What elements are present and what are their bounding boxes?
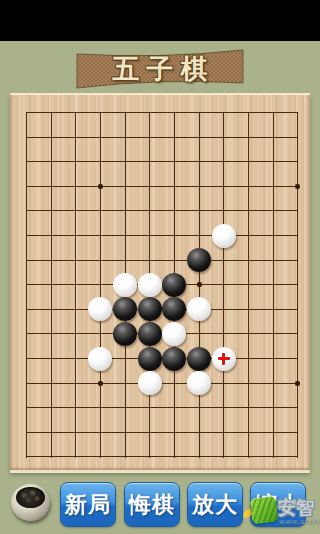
star-point bbox=[295, 184, 300, 189]
grid-line-vertical bbox=[273, 113, 274, 458]
goban-board[interactable] bbox=[10, 93, 310, 470]
app-screen: 五子棋 新局 悔棋 放大 缩小 安智 www.anzhi.com bbox=[0, 0, 320, 534]
grid-line-vertical bbox=[100, 113, 101, 458]
star-point bbox=[98, 184, 103, 189]
stone-black bbox=[162, 273, 186, 297]
grid-line-horizontal bbox=[26, 432, 298, 433]
stone-black bbox=[138, 322, 162, 346]
stone-white bbox=[113, 273, 137, 297]
grid-line-horizontal bbox=[26, 137, 298, 138]
grid-line-horizontal bbox=[26, 161, 298, 162]
stone-white bbox=[138, 371, 162, 395]
status-bar bbox=[0, 0, 320, 41]
stone-white bbox=[187, 297, 211, 321]
star-point bbox=[295, 381, 300, 386]
grid-line-horizontal bbox=[26, 186, 298, 187]
grid-line-vertical bbox=[51, 113, 52, 458]
stone-white bbox=[138, 273, 162, 297]
undo-button[interactable]: 悔棋 bbox=[124, 482, 180, 527]
stone-black bbox=[162, 347, 186, 371]
stone-black bbox=[162, 297, 186, 321]
stone-black bbox=[187, 248, 211, 272]
grid-line-horizontal bbox=[26, 210, 298, 211]
star-point bbox=[98, 381, 103, 386]
grid-line-horizontal bbox=[26, 407, 298, 408]
grid-line-horizontal bbox=[26, 456, 298, 457]
last-move-marker bbox=[217, 352, 231, 366]
stone-black bbox=[113, 322, 137, 346]
grid-line-horizontal bbox=[26, 112, 298, 113]
stone-black bbox=[138, 297, 162, 321]
grid-line-vertical bbox=[26, 113, 27, 458]
star-point bbox=[197, 282, 202, 287]
stone-white bbox=[212, 224, 236, 248]
zoom-in-button[interactable]: 放大 bbox=[187, 482, 243, 527]
grid-line-vertical bbox=[223, 113, 224, 458]
stone-white bbox=[162, 322, 186, 346]
grid-line-vertical bbox=[75, 113, 76, 458]
stone-white bbox=[187, 371, 211, 395]
black-stones-in-bowl bbox=[16, 487, 44, 508]
grid-line-horizontal bbox=[26, 235, 298, 236]
grid-line-vertical bbox=[297, 113, 298, 458]
stone-black bbox=[138, 347, 162, 371]
stone-black bbox=[187, 347, 211, 371]
page-title: 五子棋 bbox=[75, 48, 245, 90]
stone-white bbox=[88, 297, 112, 321]
stone-white bbox=[88, 347, 112, 371]
turn-indicator-bowl bbox=[11, 484, 50, 521]
grid-line-horizontal bbox=[26, 260, 298, 261]
title-banner: 五子棋 bbox=[75, 48, 245, 90]
grid-line-horizontal bbox=[26, 383, 298, 384]
grid-line-vertical bbox=[248, 113, 249, 458]
zoom-out-button[interactable]: 缩小 bbox=[250, 482, 306, 527]
new-game-button[interactable]: 新局 bbox=[60, 482, 116, 527]
stone-black bbox=[113, 297, 137, 321]
